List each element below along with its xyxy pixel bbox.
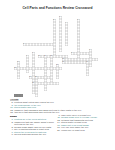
- worksheet-page: Cell Parts and Functions Review Crosswor…: [0, 0, 115, 150]
- grid-cell[interactable]: [65, 43, 68, 46]
- clue-number: 7.: [10, 133, 14, 136]
- cell-clue-number: 19: [29, 76, 30, 78]
- grid-cell[interactable]: [86, 73, 89, 76]
- cell-clue-number: 21: [32, 82, 33, 84]
- cell-clue-number: 12: [50, 55, 51, 57]
- grid-cell[interactable]: [56, 76, 59, 79]
- cell-clue-number: 4: [65, 22, 66, 24]
- clue-item: 7.moves materials around the cell: [10, 133, 59, 136]
- cell-clue-number: 6: [89, 49, 90, 51]
- cell-clue-number: 7: [32, 52, 33, 54]
- cell-clue-number: 1: [59, 16, 60, 18]
- cell-clue-number: 13: [62, 58, 63, 60]
- down-clue-list-left: 1.controls all of the cell's activities2…: [10, 118, 59, 136]
- cell-clue-number: 5: [23, 43, 24, 45]
- grid-cell[interactable]: [59, 67, 62, 70]
- cell-clue-number: 9: [26, 55, 27, 57]
- cell-clue-number: 14: [17, 61, 18, 63]
- clue-text: found only in plant cells: [61, 129, 101, 132]
- cell-clue-number: 15: [62, 61, 63, 63]
- down-clue-list-right: 9.rigid outer layer of a plant cell11.br…: [57, 114, 101, 132]
- cell-clue-number: 16: [86, 61, 87, 63]
- page-title: Cell Parts and Functions Review Crosswor…: [0, 6, 115, 10]
- grid-cell[interactable]: [35, 94, 38, 97]
- cell-clue-number: 3: [77, 19, 78, 21]
- grid-cell[interactable]: [89, 64, 92, 67]
- grid-cell[interactable]: [56, 82, 59, 85]
- cell-clue-number: 17: [56, 64, 57, 66]
- grid-cell[interactable]: [59, 49, 62, 52]
- cell-clue-number: 11: [44, 55, 45, 57]
- grid-cell[interactable]: [95, 58, 98, 61]
- cell-clue-number: 20: [35, 76, 36, 78]
- across-heading: Across: [10, 98, 18, 101]
- grid-cell[interactable]: [17, 76, 20, 79]
- grid-cell[interactable]: [26, 70, 29, 73]
- clue-item: 20.found only in plant cells: [57, 129, 101, 132]
- clue-text: moves materials around the cell: [14, 133, 59, 136]
- grid-cell[interactable]: [20, 94, 23, 97]
- grid-cell[interactable]: [44, 88, 47, 91]
- down-heading: Down: [10, 114, 17, 117]
- crossword-grid[interactable]: 123456789101112131415161718192021: [14, 16, 98, 97]
- cell-clue-number: 2: [53, 19, 54, 21]
- clue-number: 20.: [57, 129, 61, 132]
- cell-clue-number: 10: [38, 55, 39, 57]
- across-clue-list: 5.controls what enters and leaves the ce…: [10, 101, 108, 114]
- cell-clue-number: 18: [14, 67, 15, 69]
- cell-clue-number: 8: [71, 52, 72, 54]
